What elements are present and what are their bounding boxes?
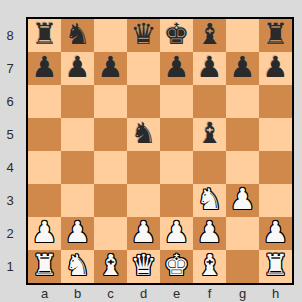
square-f8[interactable]: ♝ xyxy=(193,19,226,52)
square-e5[interactable] xyxy=(160,118,193,151)
rank-label-5: 5 xyxy=(0,118,26,151)
piece-black-pawn[interactable]: ♟ xyxy=(164,52,190,84)
rank-label-1: 1 xyxy=(0,250,26,283)
square-g3[interactable]: ♟ xyxy=(226,184,259,217)
square-d4[interactable] xyxy=(127,151,160,184)
square-g6[interactable] xyxy=(226,85,259,118)
square-c5[interactable] xyxy=(94,118,127,151)
square-g2[interactable] xyxy=(226,217,259,250)
piece-white-knight[interactable]: ♞ xyxy=(197,184,223,216)
square-g5[interactable] xyxy=(226,118,259,151)
file-label-a: a xyxy=(28,286,61,302)
piece-white-pawn[interactable]: ♟ xyxy=(230,184,256,216)
square-d6[interactable] xyxy=(127,85,160,118)
square-f5[interactable]: ♝ xyxy=(193,118,226,151)
square-a6[interactable] xyxy=(28,85,61,118)
piece-black-pawn[interactable]: ♟ xyxy=(98,52,124,84)
square-h1[interactable]: ♜ xyxy=(259,250,292,283)
rank-label-3: 3 xyxy=(0,184,26,217)
piece-black-pawn[interactable]: ♟ xyxy=(263,52,289,84)
file-label-e: e xyxy=(160,286,193,302)
square-f6[interactable] xyxy=(193,85,226,118)
square-c7[interactable]: ♟ xyxy=(94,52,127,85)
square-c6[interactable] xyxy=(94,85,127,118)
piece-black-pawn[interactable]: ♟ xyxy=(65,52,91,84)
square-h5[interactable] xyxy=(259,118,292,151)
piece-black-bishop[interactable]: ♝ xyxy=(197,118,223,150)
square-c2[interactable] xyxy=(94,217,127,250)
square-e7[interactable]: ♟ xyxy=(160,52,193,85)
square-c1[interactable]: ♝ xyxy=(94,250,127,283)
square-a2[interactable]: ♟ xyxy=(28,217,61,250)
piece-white-pawn[interactable]: ♟ xyxy=(197,217,223,249)
square-a4[interactable] xyxy=(28,151,61,184)
square-d2[interactable]: ♟ xyxy=(127,217,160,250)
square-b7[interactable]: ♟ xyxy=(61,52,94,85)
piece-white-knight[interactable]: ♞ xyxy=(65,250,91,282)
piece-white-pawn[interactable]: ♟ xyxy=(65,217,91,249)
square-d5[interactable]: ♞ xyxy=(127,118,160,151)
piece-white-king[interactable]: ♚ xyxy=(164,250,190,282)
file-label-b: b xyxy=(61,286,94,302)
square-a5[interactable] xyxy=(28,118,61,151)
file-label-f: f xyxy=(193,286,226,302)
square-h7[interactable]: ♟ xyxy=(259,52,292,85)
chessboard-app: 87654321 ♜♞♛♚♝♜♟♟♟♟♟♟♟♞♝♞♟♟♟♟♟♟♟♜♞♝♛♚♝♜ … xyxy=(0,0,302,302)
piece-black-pawn[interactable]: ♟ xyxy=(230,52,256,84)
square-b3[interactable] xyxy=(61,184,94,217)
square-h3[interactable] xyxy=(259,184,292,217)
piece-black-bishop[interactable]: ♝ xyxy=(197,19,223,51)
square-g8[interactable] xyxy=(226,19,259,52)
square-e3[interactable] xyxy=(160,184,193,217)
piece-white-pawn[interactable]: ♟ xyxy=(32,217,58,249)
square-a3[interactable] xyxy=(28,184,61,217)
piece-black-knight[interactable]: ♞ xyxy=(131,118,157,150)
square-e4[interactable] xyxy=(160,151,193,184)
square-d1[interactable]: ♛ xyxy=(127,250,160,283)
square-b5[interactable] xyxy=(61,118,94,151)
file-label-d: d xyxy=(127,286,160,302)
square-a1[interactable]: ♜ xyxy=(28,250,61,283)
rank-labels: 87654321 xyxy=(0,19,26,283)
square-b4[interactable] xyxy=(61,151,94,184)
square-g7[interactable]: ♟ xyxy=(226,52,259,85)
square-f7[interactable]: ♟ xyxy=(193,52,226,85)
square-b8[interactable]: ♞ xyxy=(61,19,94,52)
square-d3[interactable] xyxy=(127,184,160,217)
square-d7[interactable] xyxy=(127,52,160,85)
file-label-g: g xyxy=(226,286,259,302)
square-a8[interactable]: ♜ xyxy=(28,19,61,52)
square-f4[interactable] xyxy=(193,151,226,184)
file-label-h: h xyxy=(259,286,292,302)
file-label-c: c xyxy=(94,286,127,302)
file-labels: abcdefgh xyxy=(28,286,292,302)
square-g1[interactable] xyxy=(226,250,259,283)
square-e6[interactable] xyxy=(160,85,193,118)
square-b1[interactable]: ♞ xyxy=(61,250,94,283)
square-b2[interactable]: ♟ xyxy=(61,217,94,250)
square-h4[interactable] xyxy=(259,151,292,184)
piece-black-queen[interactable]: ♛ xyxy=(131,19,157,51)
piece-black-king[interactable]: ♚ xyxy=(164,19,190,51)
square-c4[interactable] xyxy=(94,151,127,184)
square-b6[interactable] xyxy=(61,85,94,118)
piece-black-rook[interactable]: ♜ xyxy=(263,19,289,51)
piece-white-rook[interactable]: ♜ xyxy=(32,250,58,282)
chess-board: ♜♞♛♚♝♜♟♟♟♟♟♟♟♞♝♞♟♟♟♟♟♟♟♜♞♝♛♚♝♜ xyxy=(26,17,294,285)
piece-white-rook[interactable]: ♜ xyxy=(263,250,289,282)
square-e8[interactable]: ♚ xyxy=(160,19,193,52)
square-h8[interactable]: ♜ xyxy=(259,19,292,52)
rank-label-2: 2 xyxy=(0,217,26,250)
square-a7[interactable]: ♟ xyxy=(28,52,61,85)
rank-label-7: 7 xyxy=(0,52,26,85)
piece-black-pawn[interactable]: ♟ xyxy=(197,52,223,84)
square-h2[interactable]: ♟ xyxy=(259,217,292,250)
piece-black-rook[interactable]: ♜ xyxy=(32,19,58,51)
square-h6[interactable] xyxy=(259,85,292,118)
piece-white-bishop[interactable]: ♝ xyxy=(197,250,223,282)
rank-label-6: 6 xyxy=(0,85,26,118)
square-f2[interactable]: ♟ xyxy=(193,217,226,250)
piece-white-pawn[interactable]: ♟ xyxy=(263,217,289,249)
piece-white-pawn[interactable]: ♟ xyxy=(131,217,157,249)
piece-white-queen[interactable]: ♛ xyxy=(131,250,157,282)
piece-black-pawn[interactable]: ♟ xyxy=(32,52,58,84)
square-f3[interactable]: ♞ xyxy=(193,184,226,217)
square-c8[interactable] xyxy=(94,19,127,52)
rank-label-8: 8 xyxy=(0,19,26,52)
square-f1[interactable]: ♝ xyxy=(193,250,226,283)
rank-label-4: 4 xyxy=(0,151,26,184)
square-g4[interactable] xyxy=(226,151,259,184)
piece-white-bishop[interactable]: ♝ xyxy=(98,250,124,282)
square-c3[interactable] xyxy=(94,184,127,217)
piece-black-knight[interactable]: ♞ xyxy=(65,19,91,51)
square-e1[interactable]: ♚ xyxy=(160,250,193,283)
square-d8[interactable]: ♛ xyxy=(127,19,160,52)
piece-white-pawn[interactable]: ♟ xyxy=(164,217,190,249)
square-e2[interactable]: ♟ xyxy=(160,217,193,250)
